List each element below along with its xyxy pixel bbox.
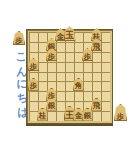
shogi-piece-歩: 歩 [114,104,127,121]
piece-kanji: 銀 [84,112,92,120]
piece-kanji: 玉 [65,31,74,40]
piece-kanji: 桂 [39,112,47,120]
piece-kanji: 歩 [30,62,38,70]
shogi-greeting-sticker[interactable]: こんにちは 歩 金玉桂銀飛歩歩歩歩角歩銀飛桂王金銀 歩 [0,0,140,150]
piece-kanji: 金 [75,112,83,120]
piece-kanji: 金 [57,32,65,40]
shogi-piece-飛: 飛 [91,98,102,111]
board-grid: 金玉桂銀飛歩歩歩歩角歩銀飛桂王金銀 [29,32,110,121]
piece-kanji: 角 [75,82,83,90]
shogi-piece-角: 角 [73,78,84,91]
shogi-piece-歩: 歩 [28,78,39,91]
sente-captured-piece-tray: 歩 [114,104,127,121]
piece-kanji: 歩 [15,36,23,44]
shogi-piece-歩: 歩 [28,58,39,71]
piece-kanji: 王 [65,110,74,119]
piece-kanji: 飛 [93,102,101,110]
piece-kanji: 歩 [117,112,125,120]
piece-kanji: 歩 [48,52,56,60]
gote-captured-piece-tray: 歩 [13,31,25,45]
pieces-layer: 金玉桂銀飛歩歩歩歩角歩銀飛桂王金銀 [29,32,110,121]
piece-kanji: 歩 [84,52,92,60]
piece-kanji: 歩 [30,82,38,90]
piece-kanji: 銀 [48,102,56,110]
piece-kanji: 飛 [93,42,101,50]
shogi-piece-玉: 玉 [64,26,76,41]
shogi-board: 金玉桂銀飛歩歩歩歩角歩銀飛桂王金銀 [26,29,113,124]
shogi-piece-歩: 歩 [13,31,25,45]
